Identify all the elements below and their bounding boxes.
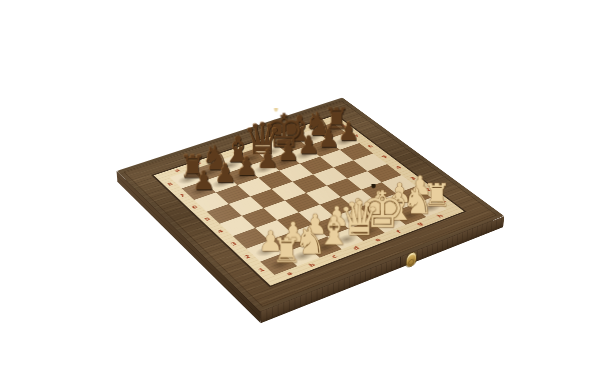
product-photo: aabbccddeeffgghh8877665544332211 ♜♞♝♛♚♝♞… bbox=[0, 0, 600, 380]
box-seam bbox=[400, 257, 401, 269]
chess-board: aabbccddeeffgghh8877665544332211 ♜♞♝♛♚♝♞… bbox=[117, 98, 505, 312]
white-king-finial bbox=[371, 181, 375, 188]
black-king-finial bbox=[274, 105, 278, 112]
